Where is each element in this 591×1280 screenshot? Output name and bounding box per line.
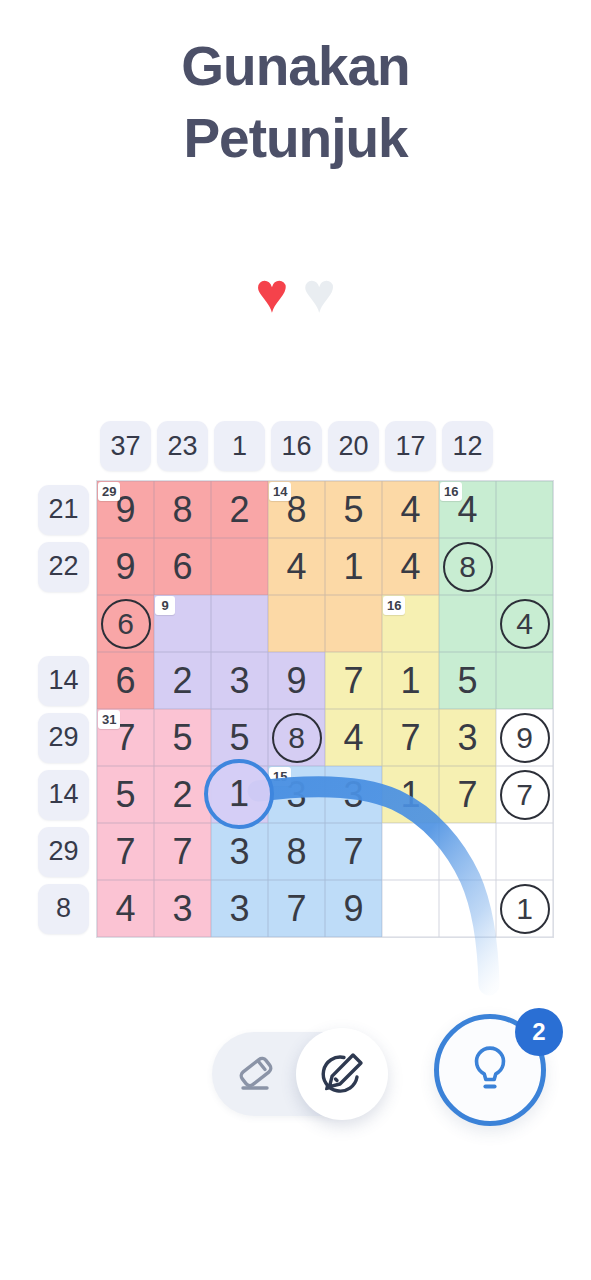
cell-r7c8[interactable] [496, 823, 553, 880]
cell-number: 7 [343, 660, 363, 702]
cell-number: 9 [343, 888, 363, 930]
cell-r8c4[interactable]: 7 [268, 880, 325, 937]
cell-number: 7 [172, 831, 192, 873]
cell-number: 3 [457, 717, 477, 759]
row-sum-header-1: 21 [38, 485, 89, 535]
eraser-button[interactable] [228, 1046, 284, 1102]
lives-indicator: ♥ ♥ [0, 258, 591, 328]
cell-number: 4 [400, 489, 420, 531]
cell-r5c2[interactable]: 5 [154, 709, 211, 766]
cell-number: 3 [229, 831, 249, 873]
cell-r6c5[interactable]: 3 [325, 766, 382, 823]
cell-r5c8[interactable]: 9 [496, 709, 553, 766]
cell-r6c6[interactable]: 1 [382, 766, 439, 823]
cell-r7c3[interactable]: 3 [211, 823, 268, 880]
col-sum-header-1: 37 [100, 421, 151, 471]
cell-number: 5 [115, 774, 135, 816]
cell-r3c6[interactable]: 16 [382, 595, 439, 652]
heart-filled-icon: ♥ [255, 265, 288, 321]
cell-r5c1[interactable]: 317 [97, 709, 154, 766]
row-sum-header-5: 29 [38, 713, 89, 763]
cell-r4c1[interactable]: 6 [97, 652, 154, 709]
cell-number: 2 [229, 489, 249, 531]
cell-r1c5[interactable]: 5 [325, 481, 382, 538]
cell-number: 3 [343, 774, 363, 816]
hint-count-badge: 2 [515, 1008, 563, 1056]
cell-r3c7[interactable] [439, 595, 496, 652]
col-sum-header-4: 16 [271, 421, 322, 471]
cell-r2c8[interactable] [496, 538, 553, 595]
cell-r2c2[interactable]: 6 [154, 538, 211, 595]
row-sum-header-4: 14 [38, 656, 89, 706]
cell-r5c5[interactable]: 4 [325, 709, 382, 766]
cell-number: 7 [457, 774, 477, 816]
col-sum-header-6: 17 [385, 421, 436, 471]
col-sum-header-5: 20 [328, 421, 379, 471]
cell-r4c6[interactable]: 1 [382, 652, 439, 709]
eraser-icon [230, 1048, 282, 1100]
cell-r5c7[interactable]: 3 [439, 709, 496, 766]
cell-r4c2[interactable]: 2 [154, 652, 211, 709]
cage-sum-label: 29 [98, 482, 120, 501]
cage-sum-label: 16 [383, 596, 405, 615]
cell-r2c4[interactable]: 4 [268, 538, 325, 595]
cage-sum-label: 31 [98, 710, 120, 729]
cell-number: 2 [172, 774, 192, 816]
cell-number: 1 [400, 774, 420, 816]
cell-number: 7 [400, 717, 420, 759]
cell-number: 2 [172, 660, 192, 702]
cell-r5c4[interactable]: 8 [268, 709, 325, 766]
cell-r3c3[interactable] [211, 595, 268, 652]
cell-number: 3 [172, 888, 192, 930]
cell-r8c3[interactable]: 3 [211, 880, 268, 937]
hint-count: 2 [532, 1018, 545, 1046]
cell-r2c3[interactable] [211, 538, 268, 595]
kept-number-circled: 8 [443, 542, 493, 592]
notes-pencil-button[interactable] [296, 1028, 388, 1120]
cell-r1c8[interactable] [496, 481, 553, 538]
cell-number: 4 [286, 546, 306, 588]
cell-r5c6[interactable]: 7 [382, 709, 439, 766]
cell-r3c5[interactable] [325, 595, 382, 652]
cell-number: 4 [343, 717, 363, 759]
cell-r6c4[interactable]: 153 [268, 766, 325, 823]
cell-r4c8[interactable] [496, 652, 553, 709]
title-line-1: Gunakan [0, 30, 591, 102]
cell-number: 9 [115, 546, 135, 588]
cell-r4c4[interactable]: 9 [268, 652, 325, 709]
kept-number-circled: 4 [500, 599, 550, 649]
cell-number: 1 [400, 660, 420, 702]
cell-number: 5 [229, 717, 249, 759]
cell-number: 7 [343, 831, 363, 873]
heart-empty-icon: ♥ [303, 265, 336, 321]
cell-r7c6[interactable] [382, 823, 439, 880]
column-sum-headers: 3723116201712 [97, 421, 553, 471]
cage-sum-label: 16 [440, 482, 462, 501]
col-sum-header-2: 23 [157, 421, 208, 471]
puzzle-grid: 2998214854164964148691646239715317558473… [97, 481, 553, 937]
cell-r3c8[interactable]: 4 [496, 595, 553, 652]
cell-r8c8[interactable]: 1 [496, 880, 553, 937]
cell-r6c8[interactable]: 7 [496, 766, 553, 823]
kept-number-circled: 6 [101, 599, 151, 649]
lightbulb-icon [461, 1041, 519, 1099]
cell-number: 6 [172, 546, 192, 588]
cell-r4c5[interactable]: 7 [325, 652, 382, 709]
row-sum-header-6: 14 [38, 770, 89, 820]
cell-r1c4[interactable]: 148 [268, 481, 325, 538]
row-sum-header-8: 8 [38, 884, 89, 934]
cell-r4c3[interactable]: 3 [211, 652, 268, 709]
cell-r1c6[interactable]: 4 [382, 481, 439, 538]
cell-r7c4[interactable]: 8 [268, 823, 325, 880]
pencil-edit-icon [314, 1046, 370, 1102]
cell-number: 7 [115, 831, 135, 873]
row-sum-header-7: 29 [38, 827, 89, 877]
cell-number: 5 [343, 489, 363, 531]
cell-number: 7 [286, 888, 306, 930]
kept-number-circled: 8 [272, 713, 322, 763]
cell-number: 8 [286, 831, 306, 873]
cell-r5c3[interactable]: 5 [211, 709, 268, 766]
cell-r8c6[interactable] [382, 880, 439, 937]
cage-sum-label: 14 [269, 482, 291, 501]
cell-r2c7[interactable]: 8 [439, 538, 496, 595]
page-title: Gunakan Petunjuk [0, 30, 591, 174]
selected-cell-circle[interactable]: 1 [204, 759, 274, 829]
cell-r3c2[interactable]: 9 [154, 595, 211, 652]
kept-number-circled: 9 [500, 713, 550, 763]
cell-r3c1[interactable]: 6 [97, 595, 154, 652]
col-sum-header-7: 12 [442, 421, 493, 471]
selected-cell-value: 1 [229, 773, 249, 815]
cell-number: 3 [229, 888, 249, 930]
cell-r3c4[interactable] [268, 595, 325, 652]
cell-r1c2[interactable]: 8 [154, 481, 211, 538]
cell-number: 5 [457, 660, 477, 702]
col-sum-header-3: 1 [214, 421, 265, 471]
title-line-2: Petunjuk [0, 102, 591, 174]
cell-r2c6[interactable]: 4 [382, 538, 439, 595]
cell-number: 8 [172, 489, 192, 531]
cell-r7c7[interactable] [439, 823, 496, 880]
cell-number: 3 [229, 660, 249, 702]
cell-r1c3[interactable]: 2 [211, 481, 268, 538]
cell-r7c1[interactable]: 7 [97, 823, 154, 880]
cell-r2c1[interactable]: 9 [97, 538, 154, 595]
cell-number: 1 [343, 546, 363, 588]
cell-r4c7[interactable]: 5 [439, 652, 496, 709]
cell-r6c1[interactable]: 5 [97, 766, 154, 823]
row-sum-headers: 2122142914298 [38, 481, 89, 937]
cell-r6c7[interactable]: 7 [439, 766, 496, 823]
cell-r8c1[interactable]: 4 [97, 880, 154, 937]
cell-r8c5[interactable]: 9 [325, 880, 382, 937]
cell-number: 5 [172, 717, 192, 759]
cell-r1c1[interactable]: 299 [97, 481, 154, 538]
kept-number-circled: 7 [500, 770, 550, 820]
cell-number: 6 [115, 660, 135, 702]
cell-r7c2[interactable]: 7 [154, 823, 211, 880]
cell-r2c5[interactable]: 1 [325, 538, 382, 595]
cage-sum-label: 9 [155, 596, 175, 615]
row-sum-header-2: 22 [38, 542, 89, 592]
cell-number: 9 [286, 660, 306, 702]
cell-number: 4 [400, 546, 420, 588]
cell-r8c2[interactable]: 3 [154, 880, 211, 937]
cell-number: 4 [115, 888, 135, 930]
cell-r6c2[interactable]: 2 [154, 766, 211, 823]
cell-r1c7[interactable]: 164 [439, 481, 496, 538]
kept-number-circled: 1 [500, 884, 550, 934]
cell-r7c5[interactable]: 7 [325, 823, 382, 880]
cell-r8c7[interactable] [439, 880, 496, 937]
